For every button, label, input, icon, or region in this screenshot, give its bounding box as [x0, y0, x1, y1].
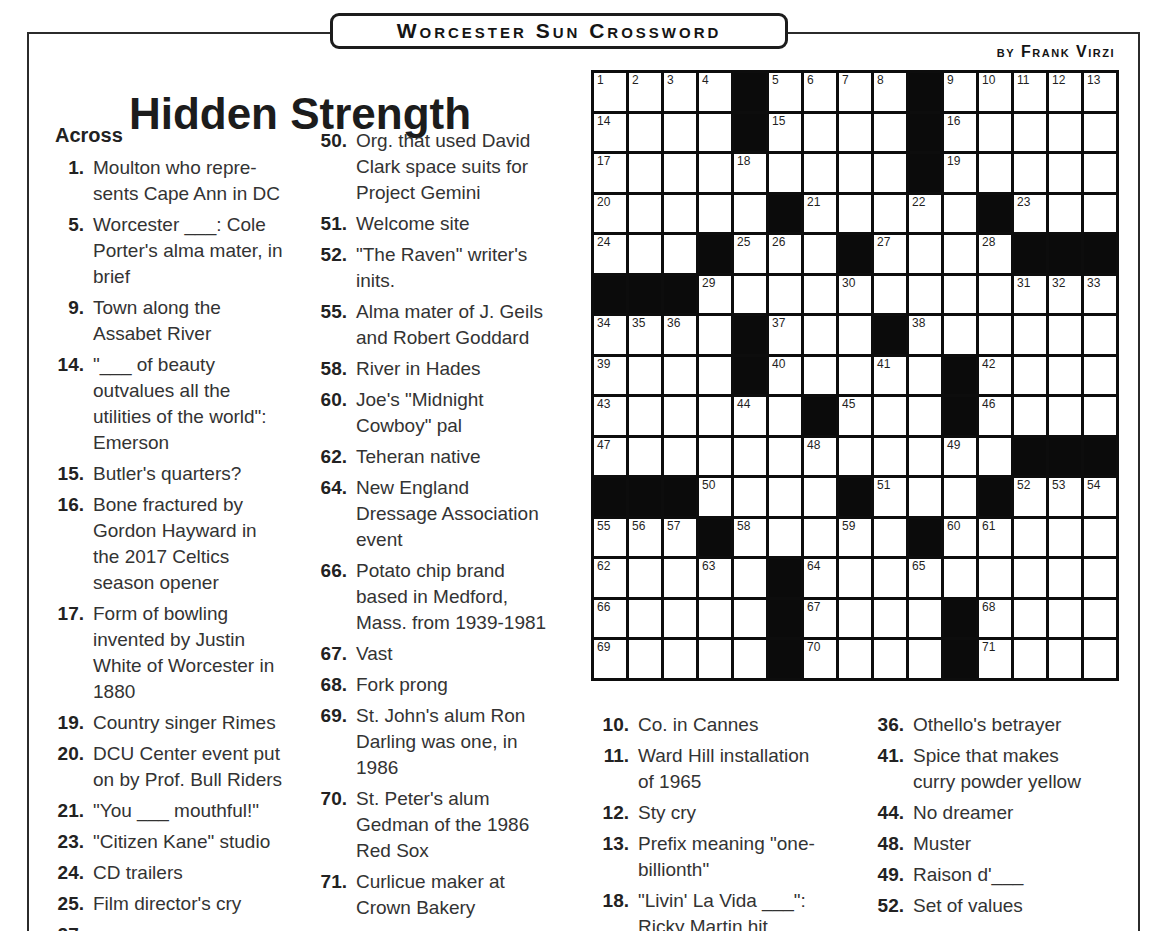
cell-number: 28 [982, 235, 995, 249]
cell-number: 9 [947, 73, 954, 87]
clue-text: Prefix meaning "one- billionth" [638, 831, 877, 883]
clue-number: 9. [50, 295, 93, 347]
clue-number: 14. [50, 352, 93, 456]
grid-cell[interactable] [699, 154, 731, 192]
grid-cell[interactable]: 36 [664, 316, 696, 354]
grid-cell[interactable]: 46 [979, 397, 1011, 435]
clue-item: 14."___ of beauty outvalues all the util… [50, 352, 338, 456]
grid-cell[interactable] [1014, 357, 1046, 395]
grid-cell[interactable] [664, 357, 696, 395]
grid-cell[interactable] [769, 478, 801, 516]
black-cell [839, 478, 871, 516]
grid-cell[interactable] [699, 316, 731, 354]
grid-cell[interactable]: 53 [1049, 478, 1081, 516]
grid-cell[interactable] [1014, 559, 1046, 597]
grid-cell[interactable] [769, 519, 801, 557]
clue-text: No dreamer [913, 800, 1140, 826]
across-heading: Across [55, 122, 338, 148]
grid-cell[interactable]: 65 [909, 559, 941, 597]
clue-text: Potato chip brand based in Medford, Mass… [356, 558, 601, 636]
grid-cell[interactable]: 67 [804, 600, 836, 638]
grid-cell[interactable] [1049, 559, 1081, 597]
grid-cell[interactable] [664, 397, 696, 435]
grid-cell[interactable]: 7 [839, 73, 871, 111]
clue-text: "You ___ mouthful!" [93, 798, 338, 824]
clue-item: 36.Othello's betrayer [870, 712, 1140, 738]
grid-cell[interactable] [909, 235, 941, 273]
grid-cell[interactable] [699, 195, 731, 233]
clue-item: 10.Co. in Cannes [595, 712, 877, 738]
cell-number: 4 [702, 73, 709, 87]
black-cell [629, 478, 661, 516]
cell-number: 30 [842, 276, 855, 290]
cell-number: 5 [772, 73, 779, 87]
grid-cell[interactable] [874, 640, 906, 678]
black-cell [734, 316, 766, 354]
grid-cell[interactable] [1014, 397, 1046, 435]
cell-number: 33 [1087, 276, 1100, 290]
grid-cell[interactable]: 30 [839, 276, 871, 314]
grid-cell[interactable]: 45 [839, 397, 871, 435]
grid-cell[interactable]: 26 [769, 235, 801, 273]
cell-number: 41 [877, 357, 890, 371]
clue-item: 13.Prefix meaning "one- billionth" [595, 831, 877, 883]
grid-cell[interactable] [1084, 114, 1116, 152]
grid-cell[interactable]: 41 [874, 357, 906, 395]
grid-cell[interactable] [699, 357, 731, 395]
grid-cell[interactable] [979, 316, 1011, 354]
grid-cell[interactable] [1014, 154, 1046, 192]
clue-number: 19. [50, 710, 93, 736]
black-cell [1014, 438, 1046, 476]
grid-cell[interactable]: 2 [629, 73, 661, 111]
grid-cell[interactable] [1084, 397, 1116, 435]
clue-item: 50.Org. that used David Clark space suit… [313, 128, 601, 206]
grid-cell[interactable]: 16 [944, 114, 976, 152]
clue-number: 23. [50, 829, 93, 855]
black-cell [944, 600, 976, 638]
grid-cell[interactable]: 64 [804, 559, 836, 597]
grid-cell[interactable] [1049, 519, 1081, 557]
clue-column-bottom-middle: 10.Co. in Cannes11.Ward Hill installatio… [595, 712, 877, 931]
grid-cell[interactable]: 51 [874, 478, 906, 516]
clue-number: 51. [313, 211, 356, 237]
black-cell [1084, 438, 1116, 476]
grid-cell[interactable] [769, 438, 801, 476]
grid-cell[interactable]: 70 [804, 640, 836, 678]
grid-cell[interactable]: 3 [664, 73, 696, 111]
grid-cell[interactable] [629, 114, 661, 152]
clue-number: 48. [870, 831, 913, 857]
clue-text: Ward Hill installation of 1965 [638, 743, 877, 795]
grid-cell[interactable]: 12 [1049, 73, 1081, 111]
grid-cell[interactable] [664, 600, 696, 638]
cell-number: 51 [877, 478, 890, 492]
grid-cell[interactable]: 50 [699, 478, 731, 516]
black-cell [769, 600, 801, 638]
grid-cell[interactable] [1084, 195, 1116, 233]
grid-cell[interactable] [804, 357, 836, 395]
grid-cell[interactable] [979, 114, 1011, 152]
grid-cell[interactable] [874, 519, 906, 557]
clue-item: 71.Curlicue maker at Crown Bakery [313, 869, 601, 921]
grid-cell[interactable]: 32 [1049, 276, 1081, 314]
grid-cell[interactable]: 1 [594, 73, 626, 111]
grid-cell[interactable] [839, 438, 871, 476]
grid-cell[interactable] [804, 235, 836, 273]
grid-cell[interactable] [839, 559, 871, 597]
grid-cell[interactable] [629, 397, 661, 435]
grid-cell[interactable] [769, 154, 801, 192]
cell-number: 46 [982, 397, 995, 411]
grid-cell[interactable]: 9 [944, 73, 976, 111]
grid-cell[interactable] [1049, 640, 1081, 678]
black-cell [1014, 235, 1046, 273]
grid-cell[interactable] [734, 438, 766, 476]
clue-number: 55. [313, 299, 356, 351]
grid-cell[interactable]: 13 [1084, 73, 1116, 111]
grid-cell[interactable] [839, 640, 871, 678]
clue-item: 24.CD trailers [50, 860, 338, 886]
grid-cell[interactable] [1049, 357, 1081, 395]
grid-cell[interactable] [699, 600, 731, 638]
grid-cell[interactable] [874, 397, 906, 435]
grid-cell[interactable] [664, 114, 696, 152]
grid-cell[interactable] [664, 235, 696, 273]
grid-cell[interactable] [944, 559, 976, 597]
cell-number: 7 [842, 73, 849, 87]
cell-number: 1 [597, 73, 604, 87]
grid-cell[interactable]: 58 [734, 519, 766, 557]
grid-cell[interactable] [1049, 114, 1081, 152]
grid-cell[interactable]: 40 [769, 357, 801, 395]
grid-cell[interactable] [629, 235, 661, 273]
grid-cell[interactable]: 37 [769, 316, 801, 354]
masthead-box: Worcester Sun Crossword [330, 13, 788, 49]
grid-cell[interactable] [629, 640, 661, 678]
grid-cell[interactable] [804, 316, 836, 354]
grid-cell[interactable] [979, 154, 1011, 192]
grid-cell[interactable] [1084, 640, 1116, 678]
grid-cell[interactable] [734, 559, 766, 597]
clue-text: Form of bowling invented by Justin White… [93, 601, 338, 705]
grid-cell[interactable] [874, 600, 906, 638]
grid-cell[interactable] [804, 519, 836, 557]
clue-item: 23."Citizen Kane" studio [50, 829, 338, 855]
grid-cell[interactable]: 15 [769, 114, 801, 152]
clue-item: 44.No dreamer [870, 800, 1140, 826]
grid-cell[interactable] [734, 195, 766, 233]
grid-cell[interactable]: 71 [979, 640, 1011, 678]
black-cell [909, 73, 941, 111]
grid-cell[interactable] [1049, 154, 1081, 192]
clue-item: 18."Livin' La Vida ___": Ricky Martin hi… [595, 888, 877, 931]
grid-cell[interactable] [874, 276, 906, 314]
clue-text: "Citizen Kane" studio [93, 829, 338, 855]
grid-cell[interactable] [1049, 397, 1081, 435]
grid-cell[interactable]: 38 [909, 316, 941, 354]
cell-number: 21 [807, 195, 820, 209]
clue-item: 15.Butler's quarters? [50, 461, 338, 487]
grid-cell[interactable] [1049, 195, 1081, 233]
grid-cell[interactable]: 5 [769, 73, 801, 111]
grid-cell[interactable] [944, 478, 976, 516]
clue-text: Butler's quarters? [93, 461, 338, 487]
grid-cell[interactable] [909, 478, 941, 516]
grid-cell[interactable] [664, 195, 696, 233]
grid-cell[interactable] [629, 600, 661, 638]
grid-cell[interactable]: 42 [979, 357, 1011, 395]
cell-number: 37 [772, 316, 785, 330]
clue-item: 9.Town along the Assabet River [50, 295, 338, 347]
grid-cell[interactable] [944, 276, 976, 314]
clue-text: St. Peter's alum Gedman of the 1986 Red … [356, 786, 601, 864]
grid-cell[interactable] [1084, 357, 1116, 395]
grid-cell[interactable]: 19 [944, 154, 976, 192]
clue-text: New England Dressage Association event [356, 475, 601, 553]
grid-cell[interactable] [699, 397, 731, 435]
grid-cell[interactable] [804, 154, 836, 192]
clue-number: 18. [595, 888, 638, 931]
grid-cell[interactable] [734, 640, 766, 678]
grid-cell[interactable]: 57 [664, 519, 696, 557]
clue-number: 27. [50, 922, 93, 931]
grid-cell[interactable] [734, 600, 766, 638]
grid-cell[interactable] [874, 114, 906, 152]
grid-cell[interactable]: 44 [734, 397, 766, 435]
cell-number: 50 [702, 478, 715, 492]
grid-cell[interactable]: 8 [874, 73, 906, 111]
grid-cell[interactable] [839, 357, 871, 395]
cell-number: 16 [947, 114, 960, 128]
clue-number: 11. [595, 743, 638, 795]
clue-number: 5. [50, 212, 93, 290]
clue-number: 15. [50, 461, 93, 487]
cell-number: 29 [702, 276, 715, 290]
clue-item: 19.Country singer Rimes [50, 710, 338, 736]
grid-cell[interactable] [874, 438, 906, 476]
clue-number: 17. [50, 601, 93, 705]
grid-cell[interactable] [734, 276, 766, 314]
grid-cell[interactable]: 35 [629, 316, 661, 354]
clue-item: 1.Moulton who repre- sents Cape Ann in D… [50, 155, 338, 207]
clue-text: Muster [913, 831, 1140, 857]
grid-cell[interactable] [874, 154, 906, 192]
grid-cell[interactable] [909, 276, 941, 314]
cell-number: 6 [807, 73, 814, 87]
grid-cell[interactable] [839, 154, 871, 192]
grid-cell[interactable]: 6 [804, 73, 836, 111]
byline: by Frank Virzi [997, 43, 1115, 61]
cell-number: 8 [877, 73, 884, 87]
grid-cell[interactable] [629, 559, 661, 597]
cell-number: 60 [947, 519, 960, 533]
black-cell [769, 559, 801, 597]
grid-cell[interactable]: 59 [839, 519, 871, 557]
grid-cell[interactable] [1084, 600, 1116, 638]
clue-item: 62.Teheran native [313, 444, 601, 470]
grid-cell[interactable] [944, 235, 976, 273]
grid-cell[interactable] [1014, 640, 1046, 678]
cell-number: 26 [772, 235, 785, 249]
grid-cell[interactable] [769, 276, 801, 314]
clue-column-middle: 50.Org. that used David Clark space suit… [313, 128, 601, 926]
grid-cell[interactable] [664, 438, 696, 476]
black-cell [944, 640, 976, 678]
clue-text: Film director's cry [93, 891, 338, 917]
black-cell [979, 478, 1011, 516]
clue-number: 20. [50, 741, 93, 793]
cell-number: 18 [737, 154, 750, 168]
grid-cell[interactable]: 68 [979, 600, 1011, 638]
clue-item: 17.Form of bowling invented by Justin Wh… [50, 601, 338, 705]
grid-cell[interactable] [1014, 316, 1046, 354]
grid-cell[interactable] [909, 600, 941, 638]
grid-cell[interactable]: 33 [1084, 276, 1116, 314]
grid-cell[interactable]: 4 [699, 73, 731, 111]
black-cell [909, 114, 941, 152]
grid-cell[interactable] [629, 154, 661, 192]
clue-item: 58.River in Hades [313, 356, 601, 382]
grid-cell[interactable] [1084, 559, 1116, 597]
cell-number: 38 [912, 316, 925, 330]
grid-cell[interactable] [629, 357, 661, 395]
grid-cell[interactable]: 49 [944, 438, 976, 476]
black-cell [804, 397, 836, 435]
cell-number: 54 [1087, 478, 1100, 492]
clue-text: St. John's alum Ron Darling was one, in … [356, 703, 601, 781]
clue-item: 5.Worcester ___: Cole Porter's alma mate… [50, 212, 338, 290]
grid-cell[interactable] [1049, 316, 1081, 354]
grid-cell[interactable] [1049, 600, 1081, 638]
grid-cell[interactable] [769, 397, 801, 435]
clue-text [93, 922, 338, 931]
cell-number: 58 [737, 519, 750, 533]
clue-number: 58. [313, 356, 356, 382]
grid-cell[interactable] [629, 195, 661, 233]
grid-cell[interactable] [839, 114, 871, 152]
clue-item: 68.Fork prong [313, 672, 601, 698]
grid-cell[interactable]: 60 [944, 519, 976, 557]
clue-text: Vast [356, 641, 601, 667]
grid-cell[interactable]: 23 [1014, 195, 1046, 233]
grid-cell[interactable] [699, 640, 731, 678]
grid-cell[interactable]: 18 [734, 154, 766, 192]
grid-cell[interactable] [1014, 600, 1046, 638]
grid-cell[interactable] [979, 276, 1011, 314]
grid-cell[interactable]: 52 [1014, 478, 1046, 516]
cell-number: 25 [737, 235, 750, 249]
grid-cell[interactable] [699, 114, 731, 152]
grid-cell[interactable] [944, 316, 976, 354]
grid-cell[interactable] [1084, 316, 1116, 354]
clue-text: DCU Center event put on by Prof. Bull Ri… [93, 741, 338, 793]
grid-cell[interactable] [909, 357, 941, 395]
grid-cell[interactable] [1084, 519, 1116, 557]
clue-number: 41. [870, 743, 913, 795]
grid-cell[interactable]: 25 [734, 235, 766, 273]
clue-number: 52. [313, 242, 356, 294]
clue-text: Moulton who repre- sents Cape Ann in DC [93, 155, 338, 207]
clue-number: 44. [870, 800, 913, 826]
grid-cell[interactable] [734, 478, 766, 516]
clue-text: Alma mater of J. Geils and Robert Goddar… [356, 299, 601, 351]
clue-number: 71. [313, 869, 356, 921]
grid-cell[interactable]: 63 [699, 559, 731, 597]
clue-text: Worcester ___: Cole Porter's alma mater,… [93, 212, 338, 290]
grid-cell[interactable]: 31 [1014, 276, 1046, 314]
clue-item: 20.DCU Center event put on by Prof. Bull… [50, 741, 338, 793]
grid-cell[interactable] [804, 276, 836, 314]
grid-cell[interactable] [979, 438, 1011, 476]
grid-cell[interactable]: 56 [629, 519, 661, 557]
clue-number: 64. [313, 475, 356, 553]
clue-number: 62. [313, 444, 356, 470]
grid-cell[interactable] [839, 600, 871, 638]
grid-cell[interactable] [1014, 519, 1046, 557]
clue-number: 1. [50, 155, 93, 207]
grid-cell[interactable] [874, 559, 906, 597]
clue-item: 41.Spice that makes curry powder yellow [870, 743, 1140, 795]
black-cell [979, 195, 1011, 233]
black-cell [944, 357, 976, 395]
black-cell [769, 195, 801, 233]
grid-cell[interactable] [979, 559, 1011, 597]
grid-cell[interactable] [839, 316, 871, 354]
grid-cell[interactable]: 27 [874, 235, 906, 273]
grid-cell[interactable] [664, 640, 696, 678]
grid-cell[interactable] [944, 195, 976, 233]
black-cell [769, 640, 801, 678]
grid-cell[interactable] [909, 640, 941, 678]
grid-cell[interactable]: 11 [1014, 73, 1046, 111]
grid-cell[interactable]: 54 [1084, 478, 1116, 516]
clue-text: "The Raven" writer's inits. [356, 242, 601, 294]
grid-cell[interactable]: 61 [979, 519, 1011, 557]
black-cell [874, 316, 906, 354]
grid-cell[interactable] [1084, 154, 1116, 192]
grid-cell[interactable] [804, 114, 836, 152]
cell-number: 56 [632, 519, 645, 533]
black-cell [734, 357, 766, 395]
grid-cell[interactable]: 22 [909, 195, 941, 233]
cell-number: 3 [667, 73, 674, 87]
grid-cell[interactable] [664, 154, 696, 192]
grid-cell[interactable]: 29 [699, 276, 731, 314]
clue-column-bottom-right: 36.Othello's betrayer41.Spice that makes… [870, 712, 1140, 924]
clue-number: 21. [50, 798, 93, 824]
grid-cell[interactable] [839, 195, 871, 233]
grid-cell[interactable] [1014, 114, 1046, 152]
black-cell [734, 73, 766, 111]
grid-cell[interactable] [629, 438, 661, 476]
grid-cell[interactable] [664, 559, 696, 597]
grid-cell[interactable] [874, 195, 906, 233]
clue-item: 69.St. John's alum Ron Darling was one, … [313, 703, 601, 781]
clue-number: 12. [595, 800, 638, 826]
grid-cell[interactable]: 48 [804, 438, 836, 476]
grid-cell[interactable]: 28 [979, 235, 1011, 273]
grid-cell[interactable] [909, 438, 941, 476]
cell-number: 68 [982, 600, 995, 614]
grid-cell[interactable]: 10 [979, 73, 1011, 111]
grid-cell[interactable] [699, 438, 731, 476]
grid-cell[interactable]: 21 [804, 195, 836, 233]
cell-number: 44 [737, 397, 750, 411]
grid-cell[interactable] [909, 397, 941, 435]
grid-cell[interactable] [804, 478, 836, 516]
cell-number: 22 [912, 195, 925, 209]
